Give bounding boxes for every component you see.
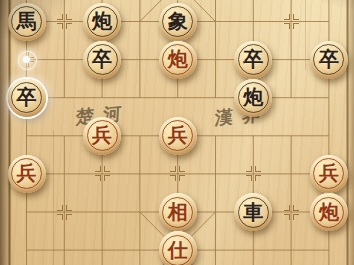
piece-character: 卒 xyxy=(310,41,348,79)
piece-red-cannon[interactable]: 炮 xyxy=(310,193,348,231)
piece-character: 相 xyxy=(159,193,197,231)
piece-character: 炮 xyxy=(310,193,348,231)
piece-character: 仕 xyxy=(159,231,197,265)
piece-character: 馬 xyxy=(8,3,46,41)
piece-character: 卒 xyxy=(234,41,272,79)
piece-red-advisor[interactable]: 仕 xyxy=(159,231,197,265)
piece-character: 兵 xyxy=(8,155,46,193)
piece-black-cannon[interactable]: 炮 xyxy=(83,3,121,41)
xiangqi-board[interactable]: 楚河 漢界 馬炮象卒炮卒卒卒炮兵兵兵兵相車炮仕 xyxy=(0,0,354,265)
piece-character: 兵 xyxy=(83,117,121,155)
piece-red-pawn[interactable]: 兵 xyxy=(310,155,348,193)
piece-black-pawn[interactable]: 卒 xyxy=(8,79,46,117)
piece-character: 象 xyxy=(159,3,197,41)
piece-black-cannon[interactable]: 炮 xyxy=(234,79,272,117)
piece-red-cannon[interactable]: 炮 xyxy=(159,41,197,79)
piece-character: 卒 xyxy=(83,41,121,79)
piece-red-pawn[interactable]: 兵 xyxy=(8,155,46,193)
piece-black-chariot[interactable]: 車 xyxy=(234,193,272,231)
piece-black-elephant[interactable]: 象 xyxy=(159,3,197,41)
piece-character: 兵 xyxy=(159,117,197,155)
piece-black-pawn[interactable]: 卒 xyxy=(234,41,272,79)
piece-character: 炮 xyxy=(159,41,197,79)
piece-black-pawn[interactable]: 卒 xyxy=(83,41,121,79)
piece-character: 炮 xyxy=(234,79,272,117)
piece-character: 卒 xyxy=(8,79,46,117)
piece-character: 兵 xyxy=(310,155,348,193)
piece-black-pawn[interactable]: 卒 xyxy=(310,41,348,79)
piece-character: 車 xyxy=(234,193,272,231)
piece-red-pawn[interactable]: 兵 xyxy=(83,117,121,155)
piece-red-elephant[interactable]: 相 xyxy=(159,193,197,231)
piece-character: 炮 xyxy=(83,3,121,41)
piece-black-horse[interactable]: 馬 xyxy=(8,3,46,41)
piece-red-pawn[interactable]: 兵 xyxy=(159,117,197,155)
